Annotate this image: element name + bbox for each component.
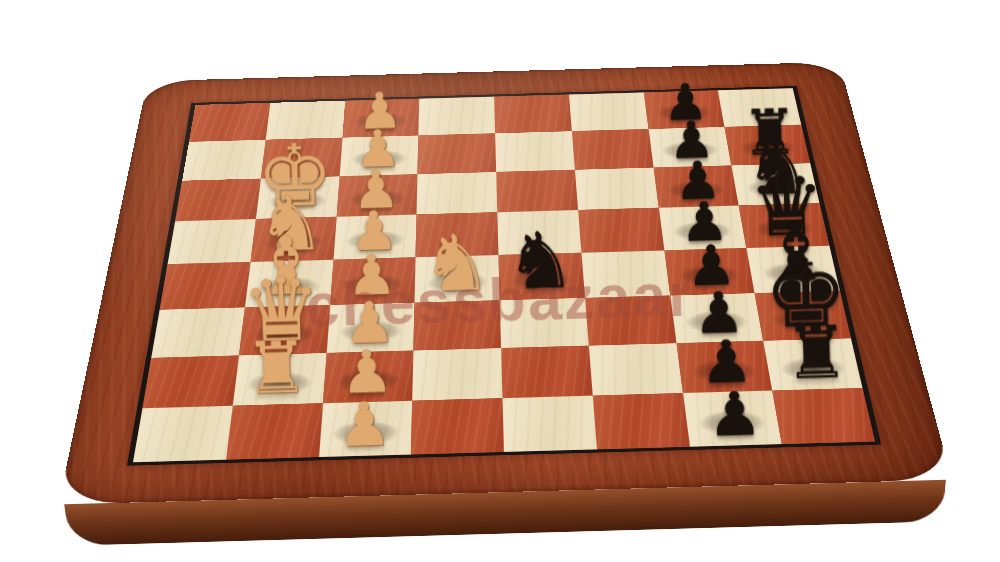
square-g1: ♟ (683, 391, 783, 447)
square-b1 (226, 403, 323, 459)
square-a7 (182, 140, 265, 181)
square-f2 (589, 343, 683, 396)
square-f3 (585, 295, 676, 345)
square-e6 (496, 170, 578, 213)
square-d1 (411, 398, 504, 454)
square-e3 (500, 298, 589, 348)
square-e2 (501, 345, 592, 398)
square-f4 (581, 250, 670, 297)
square-f8 (569, 92, 648, 131)
square-d8 (419, 97, 496, 136)
square-grid: ♟♟♟♟♜♚♟♟♞♞♟♟♛♝♟♞♞♟♝♛♟♟♚♜♟♟♜♟♟ (133, 88, 875, 462)
playing-area: ♟♟♟♟♜♚♟♟♞♞♟♟♛♝♟♞♞♟♝♛♟♟♚♜♟♟♜♟♟ chessbazaa… (127, 86, 881, 466)
black-knight: ♞ (505, 224, 577, 298)
square-e1 (502, 396, 596, 452)
chess-board: ♟♟♟♟♜♚♟♟♞♞♟♟♛♝♟♞♞♟♝♛♟♟♚♜♟♟♜♟♟ chessbazaa… (58, 62, 951, 505)
product-photo-stage: ♟♟♟♟♜♚♟♟♞♞♟♟♛♝♟♞♞♟♝♛♟♟♚♜♟♟♜♟♟ chessbazaa… (0, 0, 1000, 562)
square-e7 (495, 131, 575, 172)
square-h2: ♜ (763, 338, 862, 391)
square-e4: ♞ (498, 253, 584, 300)
camera-tilt-wrapper: ♟♟♟♟♜♚♟♟♞♞♟♟♛♝♟♞♞♟♝♛♟♟♚♜♟♟♜♟♟ chessbazaa… (0, 0, 1000, 562)
square-a6 (175, 178, 261, 221)
white-pawn: ♟ (336, 397, 392, 454)
black-rook: ♜ (783, 320, 849, 388)
square-a5 (168, 219, 256, 264)
square-c1: ♟ (319, 401, 413, 457)
square-h1 (773, 388, 875, 444)
square-d7 (418, 133, 496, 174)
square-d4: ♞ (415, 255, 500, 302)
square-d2 (412, 348, 502, 401)
square-a4 (160, 262, 251, 310)
square-f7 (572, 129, 654, 170)
square-b2: ♜ (232, 353, 326, 406)
board-front-edge (64, 480, 946, 546)
square-d3 (414, 300, 501, 350)
square-a1 (133, 406, 232, 462)
perspective-scene: ♟♟♟♟♜♚♟♟♞♞♟♟♛♝♟♞♞♟♝♛♟♟♚♜♟♟♜♟♟ chessbazaa… (0, 0, 1000, 562)
black-pawn: ♟ (707, 386, 763, 443)
square-f6 (575, 167, 659, 210)
square-f5 (578, 208, 664, 253)
square-a3 (151, 307, 244, 357)
white-rook: ♜ (244, 335, 310, 403)
white-knight: ♞ (420, 226, 492, 300)
square-f1 (592, 393, 689, 449)
square-a2 (142, 355, 238, 408)
square-d6 (417, 172, 498, 215)
square-e8 (494, 94, 572, 133)
